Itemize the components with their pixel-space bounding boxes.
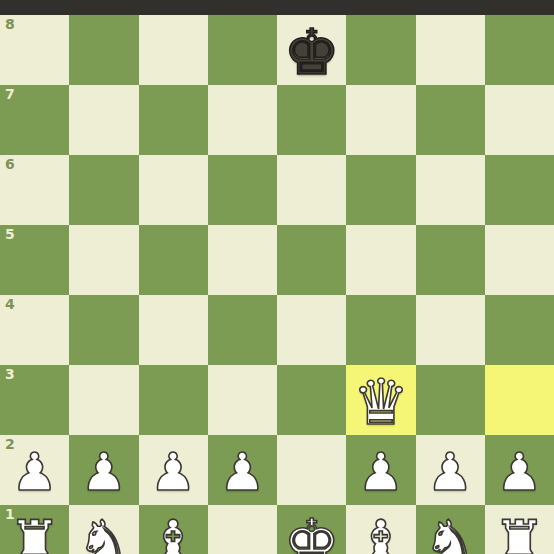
square-d3[interactable] [208,365,277,435]
square-g2[interactable]: ♟ [416,435,485,505]
square-b5[interactable] [69,225,138,295]
square-c4[interactable] [139,295,208,365]
square-e6[interactable] [277,155,346,225]
square-a2[interactable]: 2♟ [0,435,69,505]
square-g7[interactable] [416,85,485,155]
white-king-piece[interactable]: ♚ [283,511,339,554]
square-d1[interactable] [208,505,277,554]
square-a3[interactable]: 3 [0,365,69,435]
square-c3[interactable] [139,365,208,435]
square-a7[interactable]: 7 [0,85,69,155]
top-bar [0,0,554,15]
square-e7[interactable] [277,85,346,155]
white-pawn-piece[interactable]: ♟ [150,446,197,498]
rank-label-6: 6 [5,157,15,171]
square-a6[interactable]: 6 [0,155,69,225]
rank-label-3: 3 [5,367,15,381]
square-c2[interactable]: ♟ [139,435,208,505]
square-h2[interactable]: ♟ [485,435,554,505]
square-b2[interactable]: ♟ [69,435,138,505]
square-g5[interactable] [416,225,485,295]
square-b3[interactable] [69,365,138,435]
square-d5[interactable] [208,225,277,295]
square-d8[interactable] [208,15,277,85]
black-king-piece[interactable]: ♚ [283,21,339,84]
white-pawn-piece[interactable]: ♟ [81,446,128,498]
square-a1[interactable]: 1♜ [0,505,69,554]
square-h4[interactable] [485,295,554,365]
white-pawn-piece[interactable]: ♟ [427,446,474,498]
square-h8[interactable] [485,15,554,85]
square-e4[interactable] [277,295,346,365]
rank-label-8: 8 [5,17,15,31]
white-knight-piece[interactable]: ♞ [77,512,131,554]
square-e3[interactable] [277,365,346,435]
square-f3[interactable]: ♛ [346,365,415,435]
rank-label-4: 4 [5,297,15,311]
square-h5[interactable] [485,225,554,295]
white-bishop-piece[interactable]: ♝ [354,512,408,554]
square-a8[interactable]: 8 [0,15,69,85]
square-c5[interactable] [139,225,208,295]
square-b1[interactable]: ♞ [69,505,138,554]
white-pawn-piece[interactable]: ♟ [219,446,266,498]
chess-app-screen: 8♚76543♛2♟♟♟♟♟♟♟1♜♞♝♚♝♞♜ [0,0,554,554]
white-rook-piece[interactable]: ♜ [492,512,546,554]
square-e5[interactable] [277,225,346,295]
chess-board[interactable]: 8♚76543♛2♟♟♟♟♟♟♟1♜♞♝♚♝♞♜ [0,15,554,554]
square-h7[interactable] [485,85,554,155]
square-g1[interactable]: ♞ [416,505,485,554]
white-knight-piece[interactable]: ♞ [423,512,477,554]
square-f5[interactable] [346,225,415,295]
square-e8[interactable]: ♚ [277,15,346,85]
square-f8[interactable] [346,15,415,85]
square-b8[interactable] [69,15,138,85]
square-h6[interactable] [485,155,554,225]
square-c6[interactable] [139,155,208,225]
square-f7[interactable] [346,85,415,155]
square-g8[interactable] [416,15,485,85]
white-bishop-piece[interactable]: ♝ [146,512,200,554]
square-g3[interactable] [416,365,485,435]
square-d7[interactable] [208,85,277,155]
square-h1[interactable]: ♜ [485,505,554,554]
square-d6[interactable] [208,155,277,225]
square-e1[interactable]: ♚ [277,505,346,554]
square-h3[interactable] [485,365,554,435]
rank-label-5: 5 [5,227,15,241]
square-d2[interactable]: ♟ [208,435,277,505]
square-c1[interactable]: ♝ [139,505,208,554]
square-b6[interactable] [69,155,138,225]
square-d4[interactable] [208,295,277,365]
square-b7[interactable] [69,85,138,155]
square-a5[interactable]: 5 [0,225,69,295]
square-c7[interactable] [139,85,208,155]
white-pawn-piece[interactable]: ♟ [11,446,58,498]
square-e2[interactable] [277,435,346,505]
white-pawn-piece[interactable]: ♟ [358,446,405,498]
square-g4[interactable] [416,295,485,365]
white-pawn-piece[interactable]: ♟ [496,446,543,498]
square-f1[interactable]: ♝ [346,505,415,554]
square-f6[interactable] [346,155,415,225]
square-b4[interactable] [69,295,138,365]
square-g6[interactable] [416,155,485,225]
white-queen-piece[interactable]: ♛ [353,371,409,434]
rank-label-7: 7 [5,87,15,101]
white-rook-piece[interactable]: ♜ [8,512,62,554]
square-a4[interactable]: 4 [0,295,69,365]
square-f2[interactable]: ♟ [346,435,415,505]
square-f4[interactable] [346,295,415,365]
square-c8[interactable] [139,15,208,85]
